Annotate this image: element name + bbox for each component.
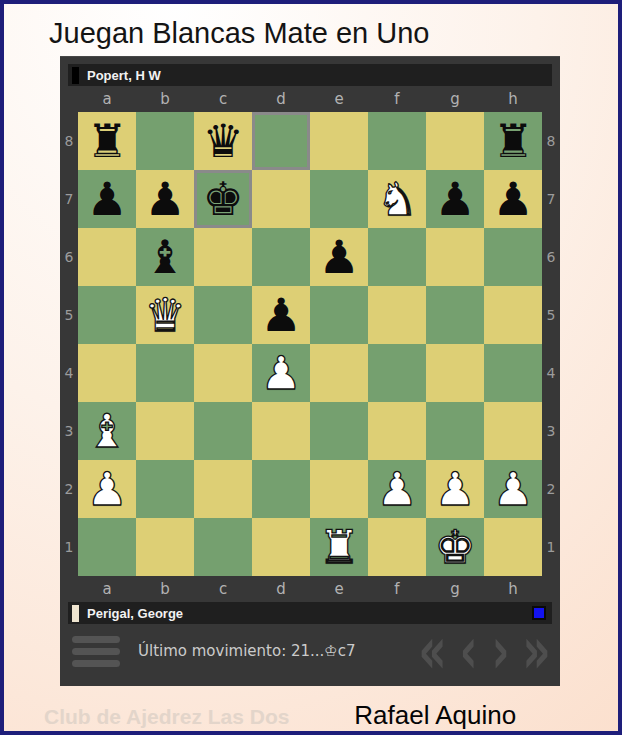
file-label: b (136, 86, 194, 112)
page-title: Juegan Blancas Mate en Uno (49, 17, 618, 50)
file-label: h (484, 576, 542, 602)
square-c7[interactable]: ♚ (194, 170, 252, 228)
white-king[interactable]: ♚ (434, 518, 475, 576)
square-h4[interactable] (484, 344, 542, 402)
rank-label: 5 (60, 286, 78, 344)
rank-label: 3 (542, 402, 560, 460)
black-queen[interactable]: ♛ (202, 112, 243, 170)
square-b4[interactable] (136, 344, 194, 402)
black-pawn[interactable]: ♟ (492, 170, 533, 228)
white-pawn[interactable]: ♟ (260, 344, 301, 402)
square-e2[interactable] (310, 460, 368, 518)
white-pawn[interactable]: ♟ (376, 460, 417, 518)
square-b5[interactable]: ♛ (136, 286, 194, 344)
chess-board: ♜♛♜♟♟♚♞♟♟♝♟♛♟♟♝♟♟♟♟♜♚ (78, 112, 542, 576)
rank-label: 7 (60, 170, 78, 228)
square-c5[interactable] (194, 286, 252, 344)
rank-labels-left: 87654321 (60, 112, 78, 576)
file-label: f (368, 86, 426, 112)
white-rook[interactable]: ♜ (318, 518, 359, 576)
square-f4[interactable] (368, 344, 426, 402)
square-h6[interactable] (484, 228, 542, 286)
chess-panel: Popert, H W abcdefgh 87654321 ♜♛♜♟♟♚♞♟♟♝… (60, 56, 560, 686)
square-e6[interactable]: ♟ (310, 228, 368, 286)
rank-label: 8 (60, 112, 78, 170)
square-d2[interactable] (252, 460, 310, 518)
black-pawn[interactable]: ♟ (260, 286, 301, 344)
black-bishop[interactable]: ♝ (144, 228, 185, 286)
board-wrap: 87654321 ♜♛♜♟♟♚♞♟♟♝♟♛♟♟♝♟♟♟♟♜♚ 87654321 (60, 112, 560, 576)
square-f2[interactable]: ♟ (368, 460, 426, 518)
last-move-text: Último movimiento: 21...♔c7 (138, 642, 356, 660)
square-a7[interactable]: ♟ (78, 170, 136, 228)
file-labels-top: abcdefgh (78, 86, 560, 112)
file-label: c (194, 576, 252, 602)
square-e7[interactable] (310, 170, 368, 228)
white-bishop[interactable]: ♝ (86, 402, 127, 460)
top-player-bar: Popert, H W (68, 64, 552, 86)
square-c2[interactable] (194, 460, 252, 518)
square-h7[interactable]: ♟ (484, 170, 542, 228)
previous-move-button[interactable]: ‹ (460, 623, 478, 679)
white-pawn[interactable]: ♟ (492, 460, 533, 518)
black-rook[interactable]: ♜ (86, 112, 127, 170)
file-label: g (426, 86, 484, 112)
square-g8[interactable] (426, 112, 484, 170)
square-a5[interactable] (78, 286, 136, 344)
move-navigation: « ‹ › » (419, 633, 552, 669)
square-g6[interactable] (426, 228, 484, 286)
black-king[interactable]: ♚ (202, 170, 243, 228)
rank-label: 4 (542, 344, 560, 402)
square-h2[interactable]: ♟ (484, 460, 542, 518)
square-g1[interactable]: ♚ (426, 518, 484, 576)
square-h3[interactable] (484, 402, 542, 460)
first-move-button[interactable]: « (418, 623, 446, 679)
square-b3[interactable] (136, 402, 194, 460)
rank-label: 4 (60, 344, 78, 402)
square-d7[interactable] (252, 170, 310, 228)
black-rook[interactable]: ♜ (492, 112, 533, 170)
file-label: g (426, 576, 484, 602)
square-b8[interactable] (136, 112, 194, 170)
file-label: f (368, 576, 426, 602)
square-a3[interactable]: ♝ (78, 402, 136, 460)
square-g5[interactable] (426, 286, 484, 344)
square-a1[interactable] (78, 518, 136, 576)
square-b2[interactable] (136, 460, 194, 518)
square-g2[interactable]: ♟ (426, 460, 484, 518)
black-pawn[interactable]: ♟ (434, 170, 475, 228)
square-d4[interactable]: ♟ (252, 344, 310, 402)
square-c6[interactable] (194, 228, 252, 286)
file-label: d (252, 576, 310, 602)
rank-label: 8 (542, 112, 560, 170)
top-player-name: Popert, H W (87, 68, 161, 83)
square-f1[interactable] (368, 518, 426, 576)
controls-bar: Último movimiento: 21...♔c7 « ‹ › » (68, 626, 552, 676)
file-label: b (136, 576, 194, 602)
black-pawn[interactable]: ♟ (144, 170, 185, 228)
rank-label: 7 (542, 170, 560, 228)
square-c3[interactable] (194, 402, 252, 460)
file-label: d (252, 86, 310, 112)
white-pawn[interactable]: ♟ (434, 460, 475, 518)
square-e4[interactable] (310, 344, 368, 402)
file-label: a (78, 576, 136, 602)
next-move-button[interactable]: › (491, 623, 509, 679)
square-f7[interactable]: ♞ (368, 170, 426, 228)
bottom-player-name: Perigal, George (87, 606, 183, 621)
square-d3[interactable] (252, 402, 310, 460)
square-d8[interactable] (252, 112, 310, 170)
square-g3[interactable] (426, 402, 484, 460)
rank-label: 5 (542, 286, 560, 344)
rank-labels-right: 87654321 (542, 112, 560, 576)
bottom-player-bar: Perigal, George (68, 602, 552, 624)
rank-label: 2 (60, 460, 78, 518)
rank-label: 3 (60, 402, 78, 460)
square-b6[interactable]: ♝ (136, 228, 194, 286)
square-a4[interactable] (78, 344, 136, 402)
square-a6[interactable] (78, 228, 136, 286)
square-c8[interactable]: ♛ (194, 112, 252, 170)
file-label: c (194, 86, 252, 112)
square-f6[interactable] (368, 228, 426, 286)
square-b1[interactable] (136, 518, 194, 576)
rank-label: 1 (542, 518, 560, 576)
square-g4[interactable] (426, 344, 484, 402)
square-e5[interactable] (310, 286, 368, 344)
file-label: e (310, 86, 368, 112)
square-f3[interactable] (368, 402, 426, 460)
file-label: a (78, 86, 136, 112)
club-watermark: Club de Ajedrez Las Dos Torres (44, 705, 354, 735)
square-f8[interactable] (368, 112, 426, 170)
square-c1[interactable] (194, 518, 252, 576)
square-d5[interactable]: ♟ (252, 286, 310, 344)
square-e1[interactable]: ♜ (310, 518, 368, 576)
menu-icon[interactable] (72, 636, 120, 667)
file-label: e (310, 576, 368, 602)
square-d6[interactable] (252, 228, 310, 286)
square-h1[interactable] (484, 518, 542, 576)
square-e3[interactable] (310, 402, 368, 460)
rank-label: 2 (542, 460, 560, 518)
square-c4[interactable] (194, 344, 252, 402)
square-h8[interactable]: ♜ (484, 112, 542, 170)
file-labels-bottom: abcdefgh (78, 576, 560, 602)
author-credit: Rafael Aquino N070 (354, 700, 582, 735)
white-queen[interactable]: ♛ (144, 286, 185, 344)
square-b7[interactable]: ♟ (136, 170, 194, 228)
rank-label: 1 (60, 518, 78, 576)
white-pawn[interactable]: ♟ (86, 460, 127, 518)
square-h5[interactable] (484, 286, 542, 344)
last-move-button[interactable]: » (522, 623, 550, 679)
white-knight[interactable]: ♞ (376, 170, 417, 228)
square-a2[interactable]: ♟ (78, 460, 136, 518)
square-e8[interactable] (310, 112, 368, 170)
square-a8[interactable]: ♜ (78, 112, 136, 170)
square-f5[interactable] (368, 286, 426, 344)
footer: Club de Ajedrez Las Dos Torres Rafael Aq… (44, 700, 582, 735)
square-g7[interactable]: ♟ (426, 170, 484, 228)
white-color-marker (72, 605, 79, 622)
black-pawn[interactable]: ♟ (86, 170, 127, 228)
square-d1[interactable] (252, 518, 310, 576)
black-color-marker (72, 67, 79, 84)
black-pawn[interactable]: ♟ (318, 228, 359, 286)
rank-label: 6 (542, 228, 560, 286)
rank-label: 6 (60, 228, 78, 286)
file-label: h (484, 86, 542, 112)
